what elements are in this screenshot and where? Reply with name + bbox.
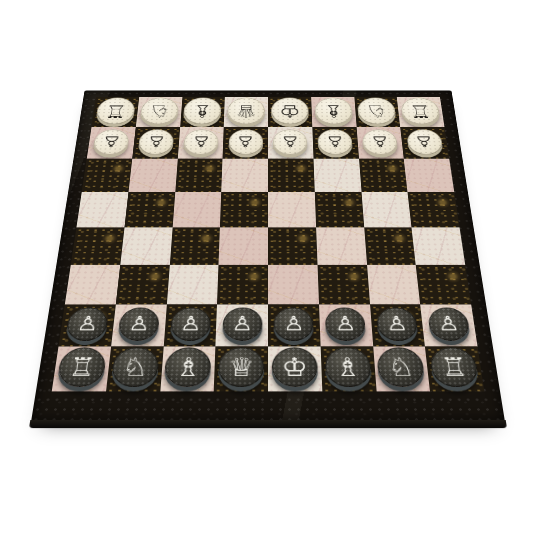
square[interactable]: ♙: [163, 304, 217, 346]
black-queen-icon: ♕: [228, 354, 255, 379]
square[interactable]: [116, 265, 170, 305]
white-knight-icon: ♘: [148, 102, 171, 119]
white-pawn[interactable]: ♙: [406, 129, 444, 154]
black-bishop[interactable]: ♗: [164, 347, 212, 387]
white-pawn[interactable]: ♙: [138, 129, 175, 154]
white-bishop[interactable]: ♗: [183, 98, 222, 125]
square[interactable]: [416, 265, 471, 305]
black-pawn-icon: ♙: [180, 314, 202, 334]
square[interactable]: [359, 159, 408, 192]
square[interactable]: [268, 159, 315, 192]
square[interactable]: [313, 159, 361, 192]
black-pawn-icon: ♙: [231, 314, 252, 334]
square[interactable]: ♙: [111, 304, 167, 346]
black-pawn-icon: ♙: [283, 314, 304, 334]
square[interactable]: ♔: [268, 97, 312, 127]
square[interactable]: ♘: [106, 347, 163, 392]
black-rook-icon: ♖: [439, 354, 468, 379]
black-knight-icon: ♘: [121, 354, 150, 379]
square[interactable]: [65, 265, 120, 305]
square[interactable]: [166, 265, 218, 305]
black-king[interactable]: ♔: [272, 347, 318, 387]
black-pawn[interactable]: ♙: [170, 307, 211, 340]
black-bishop-icon: ♗: [334, 354, 362, 379]
white-knight-icon: ♘: [365, 102, 388, 119]
board-squares: ♖♘♗♕♔♗♘♖♙♙♙♙♙♙♙♙♙♙♙♙♙♙♙♙♖♘♗♕♔♗♘♖: [52, 97, 485, 391]
white-pawn-icon: ♙: [236, 134, 255, 149]
black-pawn[interactable]: ♙: [222, 307, 262, 340]
square[interactable]: [316, 227, 367, 264]
square[interactable]: [220, 192, 268, 227]
white-pawn-icon: ♙: [414, 134, 434, 149]
black-pawn[interactable]: ♙: [274, 307, 314, 340]
square[interactable]: [71, 227, 125, 264]
square[interactable]: ♘: [373, 347, 430, 392]
white-queen[interactable]: ♕: [227, 98, 265, 125]
square[interactable]: ♙: [370, 304, 426, 346]
square[interactable]: ♙: [132, 127, 180, 159]
white-pawn-icon: ♙: [370, 134, 390, 149]
square[interactable]: [128, 159, 177, 192]
white-pawn[interactable]: ♙: [317, 129, 353, 154]
square[interactable]: ♙: [268, 304, 320, 346]
square[interactable]: [412, 227, 466, 264]
white-pawn[interactable]: ♙: [273, 129, 308, 154]
white-bishop-icon: ♗: [191, 102, 213, 119]
square[interactable]: [268, 265, 319, 305]
square[interactable]: ♔: [268, 347, 322, 392]
square[interactable]: [221, 159, 268, 192]
black-pawn-icon: ♙: [385, 314, 408, 334]
black-king-icon: ♔: [281, 354, 308, 379]
black-pawn-icon: ♙: [128, 314, 151, 334]
square[interactable]: ♙: [319, 304, 373, 346]
square[interactable]: ♖: [92, 97, 140, 127]
white-knight[interactable]: ♘: [139, 98, 179, 125]
black-knight-icon: ♘: [387, 354, 416, 379]
square[interactable]: [76, 192, 128, 227]
black-queen[interactable]: ♕: [218, 347, 264, 387]
square[interactable]: [175, 159, 223, 192]
square[interactable]: [124, 192, 175, 227]
black-knight[interactable]: ♘: [377, 347, 426, 387]
black-rook[interactable]: ♖: [429, 347, 480, 387]
white-bishop[interactable]: ♗: [314, 98, 353, 125]
white-pawn-icon: ♙: [146, 134, 166, 149]
square[interactable]: ♖: [52, 347, 111, 392]
black-pawn[interactable]: ♙: [376, 307, 419, 340]
white-queen-icon: ♕: [235, 102, 257, 119]
white-pawn-icon: ♙: [325, 134, 344, 149]
square[interactable]: [317, 265, 369, 305]
black-pawn[interactable]: ♙: [325, 307, 366, 340]
black-pawn-icon: ♙: [437, 314, 461, 334]
square[interactable]: ♗: [180, 97, 225, 127]
white-pawn-icon: ♙: [281, 134, 300, 149]
square[interactable]: [268, 227, 317, 264]
square[interactable]: [82, 159, 132, 192]
square[interactable]: [408, 192, 460, 227]
square[interactable]: [219, 227, 268, 264]
square[interactable]: ♙: [216, 304, 268, 346]
white-king-icon: ♔: [279, 102, 301, 119]
square[interactable]: [361, 192, 412, 227]
square[interactable]: [364, 227, 416, 264]
square[interactable]: ♗: [160, 347, 216, 392]
white-rook[interactable]: ♖: [400, 98, 441, 125]
black-pawn[interactable]: ♙: [118, 307, 161, 340]
square[interactable]: ♙: [223, 127, 268, 159]
square[interactable]: ♙: [312, 127, 358, 159]
black-pawn-icon: ♙: [76, 314, 100, 334]
black-rook[interactable]: ♖: [56, 347, 107, 387]
white-rook-icon: ♖: [409, 102, 433, 119]
white-rook[interactable]: ♖: [95, 98, 136, 125]
square[interactable]: ♖: [425, 347, 484, 392]
square[interactable]: [404, 159, 454, 192]
square[interactable]: ♕: [224, 97, 268, 127]
square[interactable]: [169, 227, 220, 264]
white-pawn-icon: ♙: [101, 134, 121, 149]
black-knight[interactable]: ♘: [110, 347, 159, 387]
square[interactable]: ♙: [356, 127, 404, 159]
white-pawn[interactable]: ♙: [362, 129, 399, 154]
square[interactable]: ♘: [136, 97, 182, 127]
white-pawn[interactable]: ♙: [93, 129, 131, 154]
white-rook-icon: ♖: [104, 102, 128, 119]
square[interactable]: [172, 192, 221, 227]
board-frame: ♖♘♗♕♔♗♘♖♙♙♙♙♙♙♙♙♙♙♙♙♙♙♙♙♖♘♗♕♔♗♘♖: [31, 90, 505, 421]
square[interactable]: ♕: [214, 347, 268, 392]
square[interactable]: [268, 192, 316, 227]
white-knight[interactable]: ♘: [357, 98, 397, 125]
white-king[interactable]: ♔: [271, 98, 309, 125]
square[interactable]: [120, 227, 172, 264]
black-pawn[interactable]: ♙: [65, 307, 109, 340]
square[interactable]: ♙: [58, 304, 115, 346]
square[interactable]: ♗: [320, 347, 376, 392]
square[interactable]: ♖: [397, 97, 445, 127]
square[interactable]: ♙: [420, 304, 477, 346]
white-bishop-icon: ♗: [322, 102, 344, 119]
square[interactable]: ♙: [87, 127, 136, 159]
black-rook-icon: ♖: [67, 354, 96, 379]
square[interactable]: ♙: [177, 127, 223, 159]
photo-scene: Marble and black resin chess set, starti…: [0, 0, 533, 533]
square[interactable]: ♙: [268, 127, 313, 159]
square[interactable]: ♙: [400, 127, 449, 159]
black-pawn[interactable]: ♙: [427, 307, 471, 340]
black-pawn-icon: ♙: [334, 314, 356, 334]
square[interactable]: [315, 192, 364, 227]
black-bishop[interactable]: ♗: [324, 347, 372, 387]
square[interactable]: ♗: [311, 97, 356, 127]
square[interactable]: [367, 265, 421, 305]
white-pawn[interactable]: ♙: [183, 129, 219, 154]
white-pawn-icon: ♙: [191, 134, 210, 149]
square[interactable]: ♘: [354, 97, 400, 127]
black-bishop-icon: ♗: [174, 354, 202, 379]
chess-board: ♖♘♗♕♔♗♘♖♙♙♙♙♙♙♙♙♙♙♙♙♙♙♙♙♖♘♗♕♔♗♘♖: [31, 90, 505, 421]
white-pawn[interactable]: ♙: [228, 129, 263, 154]
square[interactable]: [217, 265, 268, 305]
